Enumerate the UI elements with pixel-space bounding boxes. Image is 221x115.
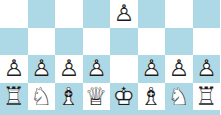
white-pawn-icon: ♙ <box>111 1 136 26</box>
square-f2[interactable]: ♟♙ <box>138 55 166 83</box>
piece-white-pawn: ♟♙ <box>111 1 136 26</box>
square-a3[interactable] <box>0 28 28 56</box>
square-g1[interactable]: ♞♘ <box>165 83 193 111</box>
piece-white-bishop: ♝♗ <box>56 84 81 109</box>
piece-white-pawn: ♟♙ <box>84 56 109 81</box>
square-b3[interactable] <box>28 28 56 56</box>
square-h3[interactable] <box>193 28 221 56</box>
square-g2[interactable]: ♟♙ <box>165 55 193 83</box>
square-c3[interactable] <box>55 28 83 56</box>
chess-board-region: ♟♙♟♙♟♙♟♙♟♙♟♙♟♙♟♙♜♖♞♘♝♗♛♕♚♔♝♗♞♘♜♖ <box>0 0 220 115</box>
chess-board: ♟♙♟♙♟♙♟♙♟♙♟♙♟♙♟♙♜♖♞♘♝♗♛♕♚♔♝♗♞♘♜♖ <box>0 0 220 110</box>
piece-white-pawn: ♟♙ <box>56 56 81 81</box>
white-pawn-icon: ♙ <box>194 56 219 81</box>
piece-white-king: ♚♔ <box>111 84 136 109</box>
white-bishop-icon: ♗ <box>139 84 164 109</box>
piece-white-pawn: ♟♙ <box>139 56 164 81</box>
square-f3[interactable] <box>138 28 166 56</box>
square-f4[interactable] <box>138 0 166 28</box>
white-pawn-icon: ♙ <box>1 56 26 81</box>
white-bishop-icon: ♗ <box>56 84 81 109</box>
square-h4[interactable] <box>193 0 221 28</box>
square-c1[interactable]: ♝♗ <box>55 83 83 111</box>
square-b2[interactable]: ♟♙ <box>28 55 56 83</box>
white-queen-icon: ♕ <box>84 84 109 109</box>
square-f1[interactable]: ♝♗ <box>138 83 166 111</box>
white-knight-icon: ♘ <box>29 84 54 109</box>
square-a4[interactable] <box>0 0 28 28</box>
white-pawn-icon: ♙ <box>29 56 54 81</box>
square-e4[interactable]: ♟♙ <box>110 0 138 28</box>
white-king-icon: ♔ <box>111 84 136 109</box>
square-d3[interactable] <box>83 28 111 56</box>
square-b1[interactable]: ♞♘ <box>28 83 56 111</box>
piece-white-pawn: ♟♙ <box>29 56 54 81</box>
white-rook-icon: ♖ <box>194 84 219 109</box>
white-pawn-icon: ♙ <box>84 56 109 81</box>
square-a2[interactable]: ♟♙ <box>0 55 28 83</box>
piece-white-pawn: ♟♙ <box>1 56 26 81</box>
square-e3[interactable] <box>110 28 138 56</box>
white-pawn-icon: ♙ <box>139 56 164 81</box>
square-g4[interactable] <box>165 0 193 28</box>
square-c4[interactable] <box>55 0 83 28</box>
piece-white-pawn: ♟♙ <box>166 56 191 81</box>
white-knight-icon: ♘ <box>166 84 191 109</box>
square-h1[interactable]: ♜♖ <box>193 83 221 111</box>
piece-white-rook: ♜♖ <box>1 84 26 109</box>
square-e2[interactable] <box>110 55 138 83</box>
square-d2[interactable]: ♟♙ <box>83 55 111 83</box>
piece-white-pawn: ♟♙ <box>194 56 219 81</box>
square-e1[interactable]: ♚♔ <box>110 83 138 111</box>
square-c2[interactable]: ♟♙ <box>55 55 83 83</box>
square-b4[interactable] <box>28 0 56 28</box>
white-rook-icon: ♖ <box>1 84 26 109</box>
piece-white-knight: ♞♘ <box>29 84 54 109</box>
piece-white-rook: ♜♖ <box>194 84 219 109</box>
square-g3[interactable] <box>165 28 193 56</box>
board-bottom-edge-strip <box>0 110 220 115</box>
square-d4[interactable] <box>83 0 111 28</box>
square-d1[interactable]: ♛♕ <box>83 83 111 111</box>
piece-white-bishop: ♝♗ <box>139 84 164 109</box>
piece-white-queen: ♛♕ <box>84 84 109 109</box>
square-a1[interactable]: ♜♖ <box>0 83 28 111</box>
square-h2[interactable]: ♟♙ <box>193 55 221 83</box>
white-pawn-icon: ♙ <box>56 56 81 81</box>
piece-white-knight: ♞♘ <box>166 84 191 109</box>
white-pawn-icon: ♙ <box>166 56 191 81</box>
